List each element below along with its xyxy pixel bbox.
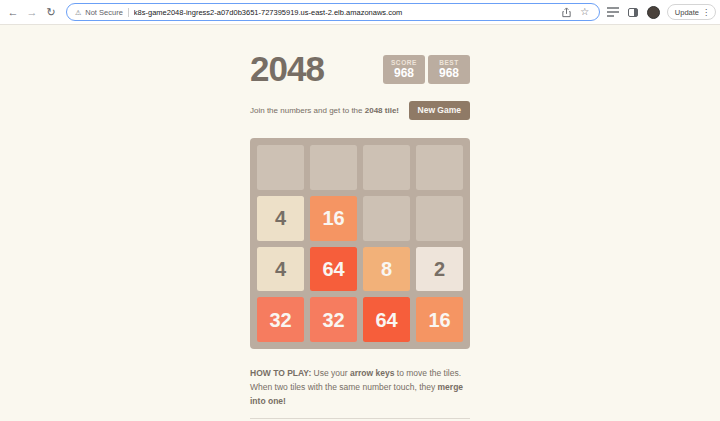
forward-button[interactable]: → [25,5,39,19]
best-label: BEST [428,59,470,66]
security-label: Not Secure [85,8,123,17]
subtitle-goal: 2048 tile! [365,106,399,115]
tile-4: 4 [257,247,304,292]
empty-cell [416,196,463,241]
tile-64: 64 [363,297,410,342]
side-panel-icon[interactable] [627,5,640,19]
tile-2: 2 [416,247,463,292]
score-label: SCORE [383,59,425,66]
omnibox-divider [128,8,129,17]
reload-button[interactable]: ↻ [44,5,58,19]
empty-cell [257,145,304,190]
score-box: SCORE 968 [383,55,425,84]
update-label: Update [675,8,699,17]
score-value: 968 [383,67,425,79]
reading-list-icon[interactable] [607,5,620,19]
page-title: 2048 [250,55,324,84]
tile-32: 32 [310,297,357,342]
best-box: BEST 968 [428,55,470,84]
footer-divider [250,418,470,419]
tile-4: 4 [257,196,304,241]
page-background: 2048 SCORE 968 BEST 968 Join the numbers… [0,25,720,421]
browser-toolbar: ← → ↻ ⚠ Not Secure k8s-game2048-ingress2… [0,0,720,25]
update-button[interactable]: Update ⋮ [667,4,716,20]
game-board: 4164648232326416 [250,138,470,349]
tile-16: 16 [416,297,463,342]
bookmark-star-icon[interactable]: ☆ [579,6,591,18]
tile-64: 64 [310,247,357,292]
address-bar[interactable]: ⚠ Not Secure k8s-game2048-ingress2-a07d0… [66,3,600,21]
above-game-row: Join the numbers and get to the 2048 til… [250,101,470,120]
profile-avatar[interactable] [647,6,660,19]
not-secure-warning-icon: ⚠ [75,9,81,16]
empty-cell [416,145,463,190]
menu-kebab-icon: ⋮ [702,8,710,17]
game-header: 2048 SCORE 968 BEST 968 [250,55,470,89]
tile-8: 8 [363,247,410,292]
best-value: 968 [428,67,470,79]
url-text: k8s-game2048-ingress2-a07d0b3651-7273959… [134,8,555,17]
game-container: 2048 SCORE 968 BEST 968 Join the numbers… [250,25,470,419]
empty-cell [310,145,357,190]
back-button[interactable]: ← [6,5,20,19]
share-icon[interactable] [561,6,573,18]
score-panel: SCORE 968 BEST 968 [383,55,470,84]
empty-cell [363,196,410,241]
tile-16: 16 [310,196,357,241]
new-game-button[interactable]: New Game [409,101,470,120]
empty-cell [363,145,410,190]
howto-text: HOW TO PLAY: Use your arrow keys to move… [250,366,470,408]
game-subtitle: Join the numbers and get to the 2048 til… [250,106,399,115]
tile-32: 32 [257,297,304,342]
